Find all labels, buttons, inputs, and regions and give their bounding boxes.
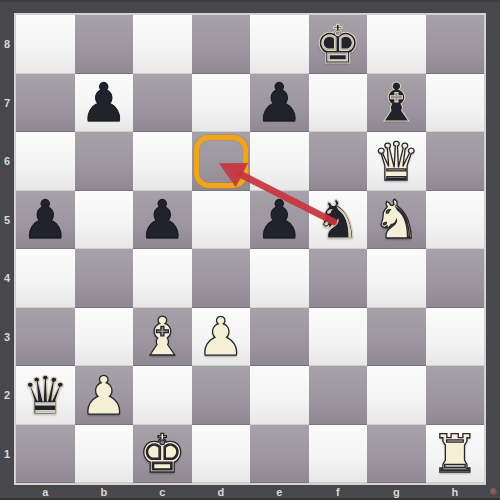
square-h3[interactable] — [426, 308, 485, 367]
white-bishop-c3[interactable]: ♝ — [133, 308, 192, 367]
black-pawn-b7[interactable]: ♟ — [75, 74, 134, 133]
rank-label-6: 6 — [0, 155, 14, 167]
rank-label-4: 4 — [0, 272, 14, 284]
black-pawn-e7[interactable]: ♟ — [250, 74, 309, 133]
square-a3[interactable] — [16, 308, 75, 367]
file-label-c: c — [159, 484, 165, 500]
square-g4[interactable] — [367, 249, 426, 308]
square-h6[interactable] — [426, 132, 485, 191]
square-b1[interactable] — [75, 425, 134, 484]
square-d5[interactable] — [192, 191, 251, 250]
rank-label-3: 3 — [0, 331, 14, 343]
square-h2[interactable] — [426, 366, 485, 425]
square-b5[interactable] — [75, 191, 134, 250]
square-a7[interactable] — [16, 74, 75, 133]
square-c6[interactable] — [133, 132, 192, 191]
square-d1[interactable] — [192, 425, 251, 484]
board: ♚♟♟♝♛♟♟♟♞♞♝♟♛♟♚♜ — [14, 13, 486, 485]
square-f1[interactable] — [309, 425, 368, 484]
file-label-f: f — [336, 484, 340, 500]
white-knight-g5[interactable]: ♞ — [367, 191, 426, 250]
square-d4[interactable] — [192, 249, 251, 308]
black-king-f8[interactable]: ♚ — [309, 15, 368, 74]
chessboard-frame: ♚♟♟♝♛♟♟♟♞♞♝♟♛♟♚♜ abcdefgh87654321 — [0, 0, 500, 500]
square-h8[interactable] — [426, 15, 485, 74]
square-d8[interactable] — [192, 15, 251, 74]
file-label-a: a — [42, 484, 48, 500]
square-f3[interactable] — [309, 308, 368, 367]
square-e2[interactable] — [250, 366, 309, 425]
square-f2[interactable] — [309, 366, 368, 425]
rank-label-2: 2 — [0, 389, 14, 401]
square-f6[interactable] — [309, 132, 368, 191]
square-e4[interactable] — [250, 249, 309, 308]
square-c8[interactable] — [133, 15, 192, 74]
square-g3[interactable] — [367, 308, 426, 367]
square-d7[interactable] — [192, 74, 251, 133]
square-b6[interactable] — [75, 132, 134, 191]
file-label-h: h — [451, 484, 458, 500]
square-h5[interactable] — [426, 191, 485, 250]
square-g8[interactable] — [367, 15, 426, 74]
white-rook-h1[interactable]: ♜ — [426, 425, 485, 484]
square-c2[interactable] — [133, 366, 192, 425]
white-king-c1[interactable]: ♚ — [133, 425, 192, 484]
white-pawn-b2[interactable]: ♟ — [75, 366, 134, 425]
square-g1[interactable] — [367, 425, 426, 484]
rank-label-8: 8 — [0, 38, 14, 50]
file-label-e: e — [276, 484, 282, 500]
black-bishop-g7[interactable]: ♝ — [367, 74, 426, 133]
black-knight-f5[interactable]: ♞ — [309, 191, 368, 250]
square-h7[interactable] — [426, 74, 485, 133]
square-d2[interactable] — [192, 366, 251, 425]
rank-label-7: 7 — [0, 97, 14, 109]
file-label-g: g — [393, 484, 400, 500]
square-a8[interactable] — [16, 15, 75, 74]
square-b8[interactable] — [75, 15, 134, 74]
square-e6[interactable] — [250, 132, 309, 191]
square-e1[interactable] — [250, 425, 309, 484]
square-a6[interactable] — [16, 132, 75, 191]
highlight-square-d6 — [194, 135, 248, 189]
file-label-b: b — [100, 484, 107, 500]
file-label-d: d — [217, 484, 224, 500]
square-h4[interactable] — [426, 249, 485, 308]
black-pawn-c5[interactable]: ♟ — [133, 191, 192, 250]
black-queen-a2[interactable]: ♛ — [16, 366, 75, 425]
black-pawn-a5[interactable]: ♟ — [16, 191, 75, 250]
square-g2[interactable] — [367, 366, 426, 425]
white-pawn-d3[interactable]: ♟ — [192, 308, 251, 367]
square-c4[interactable] — [133, 249, 192, 308]
square-e8[interactable] — [250, 15, 309, 74]
square-a4[interactable] — [16, 249, 75, 308]
rank-label-1: 1 — [0, 448, 14, 460]
corner-dot — [490, 488, 497, 495]
square-e3[interactable] — [250, 308, 309, 367]
white-queen-g6[interactable]: ♛ — [367, 132, 426, 191]
square-f7[interactable] — [309, 74, 368, 133]
square-b3[interactable] — [75, 308, 134, 367]
square-f4[interactable] — [309, 249, 368, 308]
square-a1[interactable] — [16, 425, 75, 484]
black-pawn-e5[interactable]: ♟ — [250, 191, 309, 250]
square-b4[interactable] — [75, 249, 134, 308]
rank-label-5: 5 — [0, 214, 14, 226]
square-c7[interactable] — [133, 74, 192, 133]
